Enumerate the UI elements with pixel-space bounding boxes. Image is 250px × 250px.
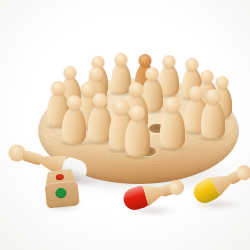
- die-red-dot: [56, 174, 65, 181]
- peg-head: [64, 66, 77, 79]
- peg-head: [129, 105, 145, 121]
- standing-peg[interactable]: [125, 105, 150, 157]
- standing-peg[interactable]: [201, 89, 225, 139]
- die-green-dot: [55, 188, 67, 199]
- peg-body: [160, 109, 185, 149]
- peg-head: [51, 81, 65, 95]
- product-photo-scene: [0, 0, 250, 250]
- peg-head: [129, 82, 144, 97]
- peg-head: [163, 55, 176, 68]
- peg-head: [89, 67, 103, 81]
- die-face-front: [44, 180, 79, 208]
- peg-body: [125, 117, 150, 157]
- color-die[interactable]: [43, 168, 80, 208]
- peg-head: [145, 67, 159, 81]
- peg-head: [139, 54, 152, 67]
- standing-peg[interactable]: [160, 97, 185, 149]
- peg-head: [115, 53, 128, 66]
- standing-peg[interactable]: [62, 95, 86, 144]
- peg-body: [62, 107, 86, 144]
- peg-head: [164, 97, 180, 113]
- peg-head: [93, 93, 108, 108]
- peg-head: [206, 89, 221, 104]
- peg-head: [67, 95, 82, 110]
- peg-body: [201, 101, 225, 139]
- peg-head: [216, 76, 229, 89]
